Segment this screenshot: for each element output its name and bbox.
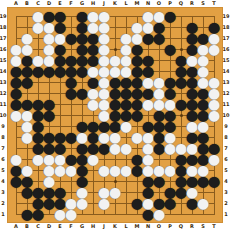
intersection-J16[interactable]: ● bbox=[99, 44, 110, 55]
intersection-B4[interactable]: ● bbox=[22, 176, 33, 187]
intersection-E19[interactable]: ● bbox=[55, 11, 66, 22]
intersection-B10[interactable]: ● bbox=[22, 110, 33, 121]
intersection-D7[interactable]: ● bbox=[44, 143, 55, 154]
intersection-O14[interactable] bbox=[154, 66, 165, 77]
intersection-E6[interactable]: ● bbox=[55, 154, 66, 165]
intersection-D18[interactable]: ● bbox=[44, 22, 55, 33]
intersection-E2[interactable]: ● bbox=[55, 198, 66, 209]
intersection-J2[interactable]: ● bbox=[99, 198, 110, 209]
intersection-K13[interactable]: ● bbox=[110, 77, 121, 88]
intersection-G4[interactable]: ● bbox=[77, 176, 88, 187]
intersection-O1[interactable]: ● bbox=[154, 209, 165, 220]
intersection-O13[interactable]: ● bbox=[154, 77, 165, 88]
intersection-H13[interactable]: ● bbox=[88, 77, 99, 88]
intersection-A7[interactable] bbox=[11, 143, 22, 154]
intersection-J10[interactable]: ● bbox=[99, 110, 110, 121]
intersection-A18[interactable] bbox=[11, 22, 22, 33]
intersection-A13[interactable]: ● bbox=[11, 77, 22, 88]
intersection-O6[interactable] bbox=[154, 154, 165, 165]
intersection-E10[interactable] bbox=[55, 110, 66, 121]
intersection-L9[interactable]: ● bbox=[121, 121, 132, 132]
intersection-G6[interactable]: ● bbox=[77, 154, 88, 165]
intersection-T16[interactable]: ● bbox=[209, 44, 220, 55]
intersection-G17[interactable]: ● bbox=[77, 33, 88, 44]
intersection-N13[interactable]: ● bbox=[143, 77, 154, 88]
intersection-K17[interactable] bbox=[110, 33, 121, 44]
intersection-D17[interactable]: ● bbox=[44, 33, 55, 44]
intersection-O12[interactable]: ● bbox=[154, 88, 165, 99]
intersection-F2[interactable]: ● bbox=[66, 198, 77, 209]
intersection-T13[interactable]: ● bbox=[209, 77, 220, 88]
intersection-M14[interactable]: ● bbox=[132, 66, 143, 77]
intersection-Q2[interactable] bbox=[176, 198, 187, 209]
intersection-S3[interactable] bbox=[198, 187, 209, 198]
intersection-J6[interactable] bbox=[99, 154, 110, 165]
intersection-Q16[interactable] bbox=[176, 44, 187, 55]
intersection-S10[interactable]: ● bbox=[198, 110, 209, 121]
intersection-J19[interactable]: ● bbox=[99, 11, 110, 22]
intersection-H9[interactable]: ● bbox=[88, 121, 99, 132]
intersection-S11[interactable]: ● bbox=[198, 99, 209, 110]
intersection-O17[interactable]: ● bbox=[154, 33, 165, 44]
intersection-H14[interactable]: ● bbox=[88, 66, 99, 77]
intersection-J13[interactable]: ● bbox=[99, 77, 110, 88]
intersection-D12[interactable] bbox=[44, 88, 55, 99]
intersection-K15[interactable]: ● bbox=[110, 55, 121, 66]
intersection-Q6[interactable]: ● bbox=[176, 154, 187, 165]
intersection-F17[interactable]: ● bbox=[66, 33, 77, 44]
intersection-T5[interactable] bbox=[209, 165, 220, 176]
intersection-E16[interactable]: ● bbox=[55, 44, 66, 55]
intersection-E18[interactable]: ● bbox=[55, 22, 66, 33]
intersection-L17[interactable]: ● bbox=[121, 33, 132, 44]
intersection-D4[interactable]: ● bbox=[44, 176, 55, 187]
intersection-P17[interactable] bbox=[165, 33, 176, 44]
intersection-B15[interactable]: ● bbox=[22, 55, 33, 66]
intersection-D2[interactable]: ● bbox=[44, 198, 55, 209]
intersection-H3[interactable] bbox=[88, 187, 99, 198]
intersection-R9[interactable]: ● bbox=[187, 121, 198, 132]
intersection-O10[interactable]: ● bbox=[154, 110, 165, 121]
intersection-R17[interactable]: ● bbox=[187, 33, 198, 44]
intersection-J3[interactable]: ● bbox=[99, 187, 110, 198]
intersection-H2[interactable] bbox=[88, 198, 99, 209]
intersection-R11[interactable]: ● bbox=[187, 99, 198, 110]
intersection-K3[interactable]: ● bbox=[110, 187, 121, 198]
intersection-A2[interactable] bbox=[11, 198, 22, 209]
intersection-C14[interactable]: ● bbox=[33, 66, 44, 77]
intersection-D1[interactable] bbox=[44, 209, 55, 220]
intersection-J5[interactable]: ● bbox=[99, 165, 110, 176]
intersection-C19[interactable]: ● bbox=[33, 11, 44, 22]
intersection-J8[interactable]: ● bbox=[99, 132, 110, 143]
intersection-T4[interactable]: ● bbox=[209, 176, 220, 187]
intersection-F7[interactable] bbox=[66, 143, 77, 154]
intersection-P5[interactable]: ● bbox=[165, 165, 176, 176]
intersection-F15[interactable]: ● bbox=[66, 55, 77, 66]
intersection-T1[interactable] bbox=[209, 209, 220, 220]
intersection-N7[interactable]: ● bbox=[143, 143, 154, 154]
intersection-J15[interactable]: ● bbox=[99, 55, 110, 66]
intersection-D5[interactable]: ● bbox=[44, 165, 55, 176]
intersection-E15[interactable]: ● bbox=[55, 55, 66, 66]
intersection-L2[interactable] bbox=[121, 198, 132, 209]
intersection-A9[interactable] bbox=[11, 121, 22, 132]
intersection-B7[interactable] bbox=[22, 143, 33, 154]
intersection-Q9[interactable] bbox=[176, 121, 187, 132]
intersection-L4[interactable] bbox=[121, 176, 132, 187]
intersection-P18[interactable] bbox=[165, 22, 176, 33]
intersection-R2[interactable]: ● bbox=[187, 198, 198, 209]
intersection-P6[interactable] bbox=[165, 154, 176, 165]
intersection-N16[interactable] bbox=[143, 44, 154, 55]
intersection-Q8[interactable] bbox=[176, 132, 187, 143]
intersection-L13[interactable]: ● bbox=[121, 77, 132, 88]
intersection-H17[interactable]: ● bbox=[88, 33, 99, 44]
intersection-F1[interactable]: ● bbox=[66, 209, 77, 220]
intersection-S8[interactable]: ● bbox=[198, 132, 209, 143]
intersection-P7[interactable]: ● bbox=[165, 143, 176, 154]
intersection-A5[interactable]: ● bbox=[11, 165, 22, 176]
intersection-O8[interactable]: ● bbox=[154, 132, 165, 143]
intersection-H11[interactable]: ● bbox=[88, 99, 99, 110]
intersection-D10[interactable]: ● bbox=[44, 110, 55, 121]
intersection-B13[interactable]: ● bbox=[22, 77, 33, 88]
intersection-F9[interactable] bbox=[66, 121, 77, 132]
intersection-O18[interactable]: ● bbox=[154, 22, 165, 33]
intersection-A11[interactable]: ● bbox=[11, 99, 22, 110]
intersection-E9[interactable] bbox=[55, 121, 66, 132]
intersection-F12[interactable]: ● bbox=[66, 88, 77, 99]
intersection-B16[interactable]: ● bbox=[22, 44, 33, 55]
intersection-R13[interactable]: ● bbox=[187, 77, 198, 88]
intersection-B19[interactable] bbox=[22, 11, 33, 22]
intersection-T12[interactable]: ● bbox=[209, 88, 220, 99]
intersection-T18[interactable]: ● bbox=[209, 22, 220, 33]
intersection-M10[interactable]: ● bbox=[132, 110, 143, 121]
intersection-S19[interactable] bbox=[198, 11, 209, 22]
intersection-G18[interactable]: ● bbox=[77, 22, 88, 33]
intersection-N14[interactable]: ● bbox=[143, 66, 154, 77]
intersection-K6[interactable] bbox=[110, 154, 121, 165]
intersection-O2[interactable]: ● bbox=[154, 198, 165, 209]
intersection-D16[interactable]: ● bbox=[44, 44, 55, 55]
intersection-E5[interactable]: ● bbox=[55, 165, 66, 176]
intersection-H15[interactable]: ● bbox=[88, 55, 99, 66]
intersection-A4[interactable]: ● bbox=[11, 176, 22, 187]
intersection-R16[interactable]: ● bbox=[187, 44, 198, 55]
intersection-O16[interactable] bbox=[154, 44, 165, 55]
intersection-S18[interactable] bbox=[198, 22, 209, 33]
intersection-K16[interactable] bbox=[110, 44, 121, 55]
intersection-N15[interactable]: ● bbox=[143, 55, 154, 66]
intersection-E3[interactable]: ● bbox=[55, 187, 66, 198]
intersection-N18[interactable]: ● bbox=[143, 22, 154, 33]
intersection-G19[interactable]: ● bbox=[77, 11, 88, 22]
intersection-D14[interactable]: ● bbox=[44, 66, 55, 77]
intersection-M4[interactable] bbox=[132, 176, 143, 187]
intersection-T19[interactable] bbox=[209, 11, 220, 22]
intersection-A3[interactable] bbox=[11, 187, 22, 198]
intersection-K18[interactable] bbox=[110, 22, 121, 33]
intersection-E11[interactable] bbox=[55, 99, 66, 110]
intersection-R7[interactable]: ● bbox=[187, 143, 198, 154]
intersection-H1[interactable] bbox=[88, 209, 99, 220]
intersection-H16[interactable]: ● bbox=[88, 44, 99, 55]
intersection-K2[interactable] bbox=[110, 198, 121, 209]
intersection-C5[interactable] bbox=[33, 165, 44, 176]
intersection-G11[interactable] bbox=[77, 99, 88, 110]
intersection-G10[interactable] bbox=[77, 110, 88, 121]
intersection-F19[interactable] bbox=[66, 11, 77, 22]
intersection-N3[interactable]: ● bbox=[143, 187, 154, 198]
intersection-N1[interactable]: ● bbox=[143, 209, 154, 220]
intersection-M11[interactable]: ● bbox=[132, 99, 143, 110]
intersection-C16[interactable] bbox=[33, 44, 44, 55]
intersection-T3[interactable] bbox=[209, 187, 220, 198]
intersection-L16[interactable]: ● bbox=[121, 44, 132, 55]
intersection-Q10[interactable] bbox=[176, 110, 187, 121]
intersection-D15[interactable]: ● bbox=[44, 55, 55, 66]
intersection-N19[interactable]: ● bbox=[143, 11, 154, 22]
intersection-D8[interactable]: ● bbox=[44, 132, 55, 143]
intersection-T14[interactable] bbox=[209, 66, 220, 77]
intersection-T2[interactable] bbox=[209, 198, 220, 209]
intersection-P1[interactable] bbox=[165, 209, 176, 220]
intersection-T17[interactable]: ● bbox=[209, 33, 220, 44]
intersection-F8[interactable]: ● bbox=[66, 132, 77, 143]
intersection-P2[interactable]: ● bbox=[165, 198, 176, 209]
intersection-J7[interactable]: ● bbox=[99, 143, 110, 154]
intersection-C10[interactable]: ● bbox=[33, 110, 44, 121]
intersection-K19[interactable] bbox=[110, 11, 121, 22]
intersection-B5[interactable]: ● bbox=[22, 165, 33, 176]
intersection-O15[interactable] bbox=[154, 55, 165, 66]
intersection-K8[interactable]: ● bbox=[110, 132, 121, 143]
intersection-H4[interactable] bbox=[88, 176, 99, 187]
intersection-G16[interactable]: ● bbox=[77, 44, 88, 55]
intersection-E8[interactable]: ● bbox=[55, 132, 66, 143]
intersection-F13[interactable]: ● bbox=[66, 77, 77, 88]
intersection-R8[interactable]: ● bbox=[187, 132, 198, 143]
intersection-P10[interactable]: ● bbox=[165, 110, 176, 121]
intersection-N10[interactable] bbox=[143, 110, 154, 121]
intersection-E4[interactable] bbox=[55, 176, 66, 187]
intersection-R19[interactable] bbox=[187, 11, 198, 22]
intersection-H19[interactable]: ● bbox=[88, 11, 99, 22]
intersection-M13[interactable]: ● bbox=[132, 77, 143, 88]
intersection-B11[interactable]: ● bbox=[22, 99, 33, 110]
intersection-G15[interactable]: ● bbox=[77, 55, 88, 66]
intersection-J9[interactable]: ● bbox=[99, 121, 110, 132]
intersection-M17[interactable]: ● bbox=[132, 33, 143, 44]
intersection-S14[interactable]: ● bbox=[198, 66, 209, 77]
intersection-L3[interactable] bbox=[121, 187, 132, 198]
intersection-T8[interactable] bbox=[209, 132, 220, 143]
intersection-P11[interactable]: ● bbox=[165, 99, 176, 110]
intersection-A14[interactable]: ● bbox=[11, 66, 22, 77]
intersection-B12[interactable] bbox=[22, 88, 33, 99]
intersection-M6[interactable]: ● bbox=[132, 154, 143, 165]
intersection-N5[interactable]: ● bbox=[143, 165, 154, 176]
intersection-C11[interactable]: ● bbox=[33, 99, 44, 110]
intersection-Q11[interactable]: ● bbox=[176, 99, 187, 110]
intersection-S15[interactable]: ● bbox=[198, 55, 209, 66]
intersection-O19[interactable]: ● bbox=[154, 11, 165, 22]
intersection-R3[interactable]: ● bbox=[187, 187, 198, 198]
intersection-A19[interactable] bbox=[11, 11, 22, 22]
intersection-K11[interactable]: ● bbox=[110, 99, 121, 110]
intersection-F11[interactable] bbox=[66, 99, 77, 110]
intersection-P15[interactable] bbox=[165, 55, 176, 66]
intersection-M9[interactable] bbox=[132, 121, 143, 132]
intersection-S13[interactable]: ● bbox=[198, 77, 209, 88]
intersection-C13[interactable] bbox=[33, 77, 44, 88]
intersection-M15[interactable]: ● bbox=[132, 55, 143, 66]
intersection-Q18[interactable] bbox=[176, 22, 187, 33]
intersection-H6[interactable]: ● bbox=[88, 154, 99, 165]
intersection-A8[interactable] bbox=[11, 132, 22, 143]
intersection-D6[interactable]: ● bbox=[44, 154, 55, 165]
intersection-N12[interactable]: ● bbox=[143, 88, 154, 99]
intersection-H18[interactable]: ● bbox=[88, 22, 99, 33]
intersection-D19[interactable]: ● bbox=[44, 11, 55, 22]
intersection-K9[interactable]: ● bbox=[110, 121, 121, 132]
intersection-S12[interactable]: ● bbox=[198, 88, 209, 99]
intersection-J14[interactable]: ● bbox=[99, 66, 110, 77]
intersection-B3[interactable]: ● bbox=[22, 187, 33, 198]
intersection-Q1[interactable] bbox=[176, 209, 187, 220]
intersection-M7[interactable] bbox=[132, 143, 143, 154]
intersection-R1[interactable] bbox=[187, 209, 198, 220]
intersection-G7[interactable]: ● bbox=[77, 143, 88, 154]
intersection-G9[interactable]: ● bbox=[77, 121, 88, 132]
intersection-G13[interactable] bbox=[77, 77, 88, 88]
intersection-A10[interactable]: ● bbox=[11, 110, 22, 121]
intersection-K10[interactable]: ● bbox=[110, 110, 121, 121]
intersection-F16[interactable] bbox=[66, 44, 77, 55]
intersection-S9[interactable]: ● bbox=[198, 121, 209, 132]
intersection-B8[interactable]: ● bbox=[22, 132, 33, 143]
intersection-L12[interactable]: ● bbox=[121, 88, 132, 99]
intersection-P16[interactable]: ● bbox=[165, 44, 176, 55]
intersection-G14[interactable]: ● bbox=[77, 66, 88, 77]
intersection-A16[interactable]: ● bbox=[11, 44, 22, 55]
intersection-A17[interactable] bbox=[11, 33, 22, 44]
intersection-J11[interactable]: ● bbox=[99, 99, 110, 110]
intersection-R12[interactable]: ● bbox=[187, 88, 198, 99]
intersection-C17[interactable] bbox=[33, 33, 44, 44]
intersection-G5[interactable]: ● bbox=[77, 165, 88, 176]
intersection-A6[interactable]: ● bbox=[11, 154, 22, 165]
intersection-S17[interactable]: ● bbox=[198, 33, 209, 44]
intersection-L8[interactable] bbox=[121, 132, 132, 143]
intersection-J18[interactable]: ● bbox=[99, 22, 110, 33]
intersection-L18[interactable] bbox=[121, 22, 132, 33]
intersection-M3[interactable] bbox=[132, 187, 143, 198]
intersection-E14[interactable]: ● bbox=[55, 66, 66, 77]
intersection-M1[interactable] bbox=[132, 209, 143, 220]
intersection-F4[interactable] bbox=[66, 176, 77, 187]
intersection-B14[interactable]: ● bbox=[22, 66, 33, 77]
intersection-L1[interactable] bbox=[121, 209, 132, 220]
intersection-T7[interactable]: ● bbox=[209, 143, 220, 154]
intersection-R14[interactable]: ● bbox=[187, 66, 198, 77]
intersection-L19[interactable] bbox=[121, 11, 132, 22]
intersection-A12[interactable]: ● bbox=[11, 88, 22, 99]
intersection-D9[interactable] bbox=[44, 121, 55, 132]
intersection-C7[interactable]: ● bbox=[33, 143, 44, 154]
intersection-B6[interactable] bbox=[22, 154, 33, 165]
intersection-C4[interactable] bbox=[33, 176, 44, 187]
intersection-C6[interactable]: ● bbox=[33, 154, 44, 165]
intersection-Q17[interactable] bbox=[176, 33, 187, 44]
intersection-T9[interactable] bbox=[209, 121, 220, 132]
intersection-N17[interactable]: ● bbox=[143, 33, 154, 44]
intersection-C9[interactable]: ● bbox=[33, 121, 44, 132]
intersection-C2[interactable]: ● bbox=[33, 198, 44, 209]
intersection-K7[interactable]: ● bbox=[110, 143, 121, 154]
intersection-S4[interactable]: ● bbox=[198, 176, 209, 187]
intersection-J1[interactable] bbox=[99, 209, 110, 220]
intersection-T11[interactable]: ● bbox=[209, 99, 220, 110]
intersection-P9[interactable]: ● bbox=[165, 121, 176, 132]
intersection-P12[interactable]: ● bbox=[165, 88, 176, 99]
intersection-Q19[interactable] bbox=[176, 11, 187, 22]
intersection-Q5[interactable]: ● bbox=[176, 165, 187, 176]
intersection-A15[interactable]: ● bbox=[11, 55, 22, 66]
intersection-C8[interactable]: ● bbox=[33, 132, 44, 143]
intersection-M16[interactable]: ● bbox=[132, 44, 143, 55]
intersection-A1[interactable] bbox=[11, 209, 22, 220]
intersection-L10[interactable]: ● bbox=[121, 110, 132, 121]
intersection-G2[interactable]: ● bbox=[77, 198, 88, 209]
intersection-F6[interactable]: ● bbox=[66, 154, 77, 165]
intersection-Q7[interactable]: ● bbox=[176, 143, 187, 154]
intersection-E7[interactable]: ● bbox=[55, 143, 66, 154]
intersection-L14[interactable]: ● bbox=[121, 66, 132, 77]
intersection-K14[interactable]: ● bbox=[110, 66, 121, 77]
intersection-F3[interactable] bbox=[66, 187, 77, 198]
intersection-O7[interactable]: ● bbox=[154, 143, 165, 154]
intersection-P3[interactable]: ● bbox=[165, 187, 176, 198]
intersection-C15[interactable]: ● bbox=[33, 55, 44, 66]
intersection-N6[interactable]: ● bbox=[143, 154, 154, 165]
intersection-T10[interactable]: ● bbox=[209, 110, 220, 121]
intersection-L6[interactable] bbox=[121, 154, 132, 165]
intersection-C1[interactable]: ● bbox=[33, 209, 44, 220]
intersection-B9[interactable]: ● bbox=[22, 121, 33, 132]
intersection-O11[interactable]: ● bbox=[154, 99, 165, 110]
intersection-F10[interactable] bbox=[66, 110, 77, 121]
intersection-G3[interactable]: ● bbox=[77, 187, 88, 198]
intersection-C18[interactable]: ● bbox=[33, 22, 44, 33]
intersection-M8[interactable]: ● bbox=[132, 132, 143, 143]
intersection-G1[interactable] bbox=[77, 209, 88, 220]
intersection-S16[interactable]: ● bbox=[198, 44, 209, 55]
intersection-K5[interactable]: ● bbox=[110, 165, 121, 176]
intersection-Q14[interactable]: ● bbox=[176, 66, 187, 77]
intersection-D11[interactable]: ● bbox=[44, 99, 55, 110]
intersection-E12[interactable] bbox=[55, 88, 66, 99]
intersection-N2[interactable]: ● bbox=[143, 198, 154, 209]
intersection-R10[interactable]: ● bbox=[187, 110, 198, 121]
intersection-J17[interactable]: ● bbox=[99, 33, 110, 44]
intersection-J4[interactable] bbox=[99, 176, 110, 187]
intersection-H12[interactable]: ● bbox=[88, 88, 99, 99]
intersection-N9[interactable]: ● bbox=[143, 121, 154, 132]
intersection-K1[interactable] bbox=[110, 209, 121, 220]
